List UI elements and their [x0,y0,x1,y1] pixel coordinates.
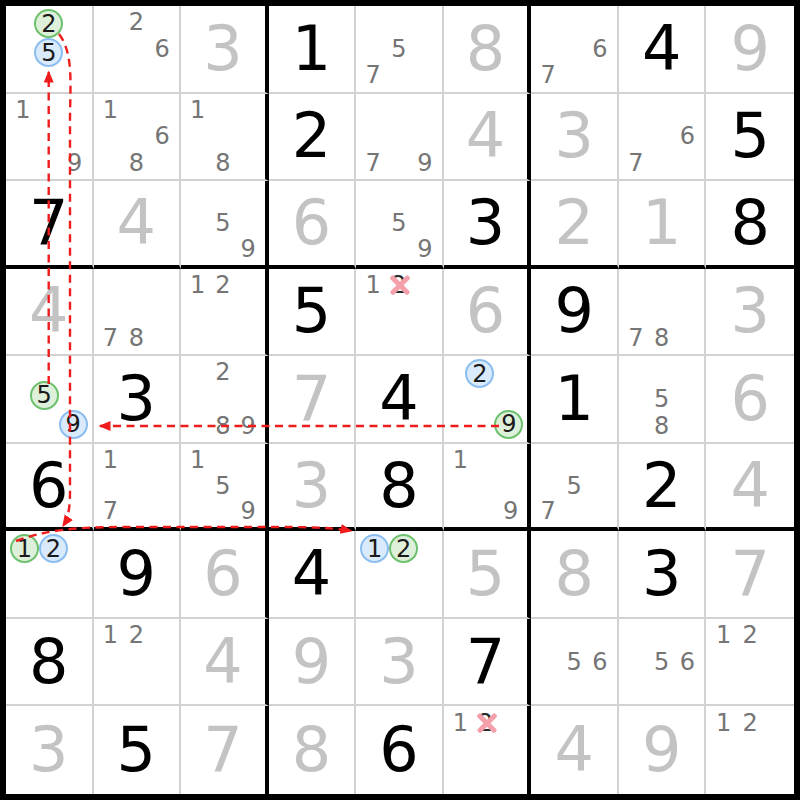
big-digit: 9 [706,6,794,92]
pencil-marks: 168 [94,94,180,180]
pencil-marks: 12 [356,269,442,355]
candidate-7[interactable]: 7 [103,499,118,523]
candidate-9[interactable]: 9 [417,151,432,175]
cell-r6c6[interactable]: 19 [444,444,532,532]
cell-r1c3[interactable]: 3 [181,6,269,94]
cell-r7c4[interactable]: 4 [269,531,357,619]
pencil-marks: 289 [181,356,265,442]
candidate-5[interactable]: 5 [654,650,669,674]
big-digit: 5 [444,531,528,617]
cell-r3c4[interactable]: 6 [269,181,357,269]
cell-r3c9[interactable]: 8 [706,181,794,269]
candidate-1[interactable]: 1 [15,98,30,122]
cell-r5c4[interactable]: 7 [269,356,357,444]
pencil-marks: 56 [619,619,705,705]
candidate-1[interactable]: 1 [103,623,118,647]
candidate-2-circled-green[interactable]: 2 [34,9,63,38]
cell-r6c7[interactable]: 57 [531,444,619,532]
cell-r3c3[interactable]: 59 [181,181,269,269]
big-digit: 9 [94,531,180,617]
candidate-5[interactable]: 5 [566,650,581,674]
candidate-9[interactable]: 9 [240,237,255,261]
candidate-8[interactable]: 8 [129,326,144,350]
candidate-9[interactable]: 9 [240,414,255,438]
candidate-9[interactable]: 9 [240,499,255,523]
candidate-6[interactable]: 6 [680,124,695,148]
candidate-7[interactable]: 7 [541,63,556,87]
candidate-6[interactable]: 6 [155,124,170,148]
cell-r9c5[interactable]: 6 [356,706,444,794]
big-digit: 6 [181,531,265,617]
candidate-8[interactable]: 8 [215,151,230,175]
pencil-marks: 57 [531,444,617,528]
cell-r3c1[interactable]: 7 [6,181,94,269]
big-digit: 1 [269,6,355,92]
cell-r7c1[interactable]: 12 [6,531,94,619]
candidate-9-circled-green[interactable]: 9 [494,410,523,439]
big-digit: 3 [6,706,92,794]
cell-r9c7[interactable]: 4 [531,706,619,794]
big-digit: 5 [94,706,180,794]
big-digit: 3 [531,94,617,180]
cell-r3c6[interactable]: 3 [444,181,532,269]
cell-r5c2[interactable]: 3 [94,356,182,444]
cell-r5c7[interactable]: 1 [531,356,619,444]
candidate-5-circled-green[interactable]: 5 [30,381,59,410]
cell-r3c8[interactable]: 1 [619,181,707,269]
cell-r1c9[interactable]: 9 [706,6,794,94]
big-digit: 4 [531,706,617,794]
big-digit: 8 [531,531,617,617]
cell-r5c1[interactable]: 59 [6,356,94,444]
pencil-marks: 59 [6,356,92,442]
cell-r7c3[interactable]: 6 [181,531,269,619]
big-digit: 7 [181,706,265,794]
candidate-9[interactable]: 9 [417,237,432,261]
cell-r7c9[interactable]: 7 [706,531,794,619]
candidate-1[interactable]: 1 [716,623,731,647]
candidate-9[interactable]: 9 [67,151,82,175]
cell-r8c7[interactable]: 56 [531,619,619,707]
big-digit: 7 [444,619,528,705]
pencil-marks: 79 [356,94,442,180]
big-digit: 4 [356,356,442,442]
cell-r4c7[interactable]: 9 [531,269,619,357]
candidate-5[interactable]: 5 [566,474,581,498]
big-digit: 1 [531,356,617,442]
candidate-6[interactable]: 6 [155,37,170,61]
big-digit: 2 [269,94,355,180]
big-digit: 9 [531,269,617,355]
cell-r2c4[interactable]: 2 [269,94,357,182]
cell-r2c5[interactable]: 79 [356,94,444,182]
pencil-marks: 78 [619,269,705,355]
big-digit: 4 [6,269,92,355]
candidate-8[interactable]: 8 [654,326,669,350]
sudoku-grid: 2526315786749191681827943675745965932184… [0,0,800,800]
cell-r6c9[interactable]: 4 [706,444,794,532]
cell-r2c3[interactable]: 18 [181,94,269,182]
cell-r7c6[interactable]: 5 [444,531,532,619]
candidate-1[interactable]: 1 [453,448,468,472]
cell-r4c6[interactable]: 6 [444,269,532,357]
big-digit: 4 [619,6,705,92]
big-digit: 3 [706,269,794,355]
pencil-marks: 12 [706,706,794,794]
cell-r1c7[interactable]: 67 [531,6,619,94]
cell-r9c6[interactable]: 12 [444,706,532,794]
cell-r4c4[interactable]: 5 [269,269,357,357]
big-digit: 7 [706,531,794,617]
big-digit: 5 [269,269,355,355]
cell-r2c8[interactable]: 67 [619,94,707,182]
cell-r2c9[interactable]: 5 [706,94,794,182]
candidate-1[interactable]: 1 [366,273,381,297]
candidate-1[interactable]: 1 [190,273,205,297]
cell-r8c5[interactable]: 3 [356,619,444,707]
big-digit: 3 [356,619,442,705]
sudoku-board: 2526315786749191681827943675745965932184… [0,0,800,800]
cell-r1c6[interactable]: 8 [444,6,532,94]
cell-r6c3[interactable]: 159 [181,444,269,532]
candidate-2-circled-green[interactable]: 2 [389,534,418,563]
candidate-7[interactable]: 7 [366,151,381,175]
candidate-2[interactable]: 2 [215,273,230,297]
cell-r9c2[interactable]: 5 [94,706,182,794]
cell-r8c6[interactable]: 7 [444,619,532,707]
cell-r2c6[interactable]: 4 [444,94,532,182]
candidate-8[interactable]: 8 [654,414,669,438]
cell-r2c1[interactable]: 19 [6,94,94,182]
big-digit: 4 [444,94,528,180]
candidate-6[interactable]: 6 [680,650,695,674]
pencil-marks: 18 [181,94,265,180]
pencil-marks: 12 [444,706,528,794]
candidate-1-circled-blue[interactable]: 1 [360,534,389,563]
big-digit: 3 [94,356,180,442]
cell-r9c9[interactable]: 12 [706,706,794,794]
pencil-marks: 25 [6,6,92,92]
candidate-9[interactable]: 9 [503,499,518,523]
big-digit: 9 [269,619,355,705]
pencil-marks: 29 [444,356,528,442]
pencil-marks: 17 [94,444,180,528]
cell-r5c5[interactable]: 4 [356,356,444,444]
candidate-2[interactable]: 2 [215,360,230,384]
pencil-marks: 59 [356,181,442,265]
pencil-marks: 19 [444,444,528,528]
candidate-1[interactable]: 1 [103,448,118,472]
pencil-marks: 12 [356,531,442,617]
candidate-1[interactable]: 1 [190,98,205,122]
cell-r1c5[interactable]: 57 [356,6,444,94]
candidate-2-eliminated[interactable]: 2 [391,273,406,297]
big-digit: 8 [356,444,442,528]
candidate-2-circled-blue[interactable]: 2 [465,359,494,388]
pencil-marks: 67 [619,94,705,180]
candidate-7[interactable]: 7 [628,151,643,175]
cell-r8c3[interactable]: 4 [181,619,269,707]
big-digit: 8 [444,6,528,92]
pencil-marks: 56 [531,619,617,705]
big-digit: 8 [6,619,92,705]
big-digit: 3 [444,181,528,265]
big-digit: 7 [269,356,355,442]
cell-r4c2[interactable]: 78 [94,269,182,357]
candidate-1-circled-green[interactable]: 1 [10,534,39,563]
candidate-6[interactable]: 6 [592,650,607,674]
candidate-6[interactable]: 6 [592,37,607,61]
candidate-2[interactable]: 2 [129,623,144,647]
candidate-7[interactable]: 7 [541,499,556,523]
cell-r8c1[interactable]: 8 [6,619,94,707]
pencil-marks: 78 [94,269,180,355]
cell-r6c1[interactable]: 6 [6,444,94,532]
cell-r1c1[interactable]: 25 [6,6,94,94]
cell-r6c2[interactable]: 17 [94,444,182,532]
big-digit: 6 [706,356,794,442]
candidate-5[interactable]: 5 [391,211,406,235]
candidate-8[interactable]: 8 [129,151,144,175]
pencil-marks: 12 [6,531,92,617]
pencil-marks: 12 [181,269,265,355]
cell-r4c9[interactable]: 3 [706,269,794,357]
candidate-7[interactable]: 7 [628,326,643,350]
cell-r5c3[interactable]: 289 [181,356,269,444]
candidate-1[interactable]: 1 [190,448,205,472]
big-digit: 1 [619,181,705,265]
cell-r6c5[interactable]: 8 [356,444,444,532]
cell-r2c7[interactable]: 3 [531,94,619,182]
cell-r1c4[interactable]: 1 [269,6,357,94]
candidate-2[interactable]: 2 [129,10,144,34]
candidate-7[interactable]: 7 [366,63,381,87]
big-digit: 6 [269,181,355,265]
big-digit: 7 [6,181,92,265]
pencil-marks: 58 [619,356,705,442]
cell-r7c2[interactable]: 9 [94,531,182,619]
cell-r1c8[interactable]: 4 [619,6,707,94]
pencil-marks: 26 [94,6,180,92]
candidate-7[interactable]: 7 [103,326,118,350]
big-digit: 2 [531,181,617,265]
cell-r6c4[interactable]: 3 [269,444,357,532]
cell-r2c2[interactable]: 168 [94,94,182,182]
cell-r3c2[interactable]: 4 [94,181,182,269]
pencil-marks: 159 [181,444,265,528]
cell-r5c6[interactable]: 29 [444,356,532,444]
candidate-2[interactable]: 2 [743,623,758,647]
candidate-8[interactable]: 8 [215,414,230,438]
big-digit: 6 [444,269,528,355]
big-digit: 3 [619,531,705,617]
pencil-marks: 12 [706,619,794,705]
candidate-9-circled-blue[interactable]: 9 [59,410,88,439]
cell-r7c7[interactable]: 8 [531,531,619,619]
candidate-1[interactable]: 1 [103,98,118,122]
cell-r9c4[interactable]: 8 [269,706,357,794]
big-digit: 4 [181,619,265,705]
cell-r4c3[interactable]: 12 [181,269,269,357]
cell-r7c5[interactable]: 12 [356,531,444,619]
cell-r8c2[interactable]: 12 [94,619,182,707]
cell-r6c8[interactable]: 2 [619,444,707,532]
cell-r9c8[interactable]: 9 [619,706,707,794]
big-digit: 4 [706,444,794,528]
cell-r7c8[interactable]: 3 [619,531,707,619]
cell-r9c3[interactable]: 7 [181,706,269,794]
pencil-marks: 12 [94,619,180,705]
candidate-2-circled-blue[interactable]: 2 [39,534,68,563]
cell-r5c8[interactable]: 58 [619,356,707,444]
cell-r3c7[interactable]: 2 [531,181,619,269]
candidate-1[interactable]: 1 [453,711,468,735]
big-digit: 2 [619,444,705,528]
candidate-5[interactable]: 5 [215,474,230,498]
cell-r5c9[interactable]: 6 [706,356,794,444]
cell-r4c1[interactable]: 4 [6,269,94,357]
big-digit: 8 [269,706,355,794]
candidate-2[interactable]: 2 [743,711,758,735]
pencil-marks: 67 [531,6,617,92]
cell-r3c5[interactable]: 59 [356,181,444,269]
big-digit: 3 [181,6,265,92]
big-digit: 6 [356,706,442,794]
candidate-1[interactable]: 1 [716,711,731,735]
big-digit: 9 [619,706,705,794]
pencil-marks: 57 [356,6,442,92]
candidate-5[interactable]: 5 [654,387,669,411]
big-digit: 6 [6,444,92,528]
cell-r1c2[interactable]: 26 [94,6,182,94]
cell-r8c9[interactable]: 12 [706,619,794,707]
pencil-marks: 19 [6,94,92,180]
big-digit: 5 [706,94,794,180]
candidate-2-eliminated[interactable]: 2 [478,711,493,735]
candidate-5-circled-blue[interactable]: 5 [34,38,63,67]
pencil-marks: 59 [181,181,265,265]
big-digit: 3 [269,444,355,528]
candidate-5[interactable]: 5 [215,211,230,235]
cell-r8c8[interactable]: 56 [619,619,707,707]
big-digit: 4 [94,181,180,265]
cell-r4c8[interactable]: 78 [619,269,707,357]
big-digit: 4 [269,531,355,617]
cell-r4c5[interactable]: 12 [356,269,444,357]
big-digit: 8 [706,181,794,265]
cell-r8c4[interactable]: 9 [269,619,357,707]
candidate-5[interactable]: 5 [391,37,406,61]
cell-r9c1[interactable]: 3 [6,706,94,794]
